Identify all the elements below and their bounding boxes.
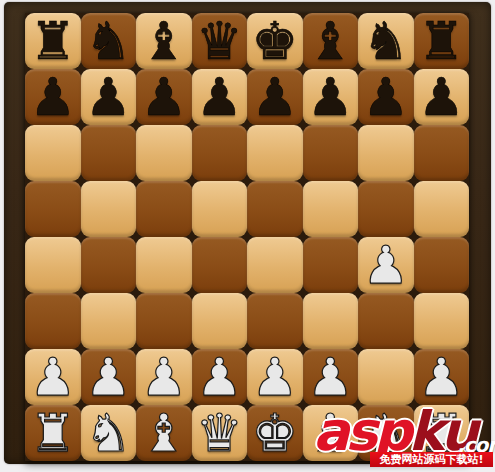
square-h5[interactable] [414,181,470,237]
square-c5[interactable] [136,181,192,237]
piece-white-rook[interactable]: ♜ [29,407,76,459]
square-a6[interactable] [25,125,81,181]
square-d2[interactable]: ♟ [192,349,248,405]
piece-white-pawn[interactable]: ♟ [418,351,465,403]
piece-black-pawn[interactable]: ♟ [307,71,354,123]
square-g5[interactable] [358,181,414,237]
watermark-banner: 免费网站源码下载站! [370,452,493,467]
square-d7[interactable]: ♟ [192,69,248,125]
piece-white-bishop[interactable]: ♝ [140,407,187,459]
square-e6[interactable] [247,125,303,181]
square-g4[interactable]: ♟ [358,237,414,293]
square-e1[interactable]: ♚ [247,405,303,461]
piece-black-bishop[interactable]: ♝ [307,15,354,67]
square-b6[interactable] [81,125,137,181]
square-e7[interactable]: ♟ [247,69,303,125]
square-c8[interactable]: ♝ [136,13,192,69]
square-e3[interactable] [247,293,303,349]
square-a7[interactable]: ♟ [25,69,81,125]
piece-white-king[interactable]: ♚ [251,407,298,459]
piece-black-knight[interactable]: ♞ [85,15,132,67]
square-h2[interactable]: ♟ [414,349,470,405]
square-e4[interactable] [247,237,303,293]
square-a4[interactable] [25,237,81,293]
square-a3[interactable] [25,293,81,349]
square-f4[interactable] [303,237,359,293]
square-e2[interactable]: ♟ [247,349,303,405]
square-h4[interactable] [414,237,470,293]
piece-black-bishop[interactable]: ♝ [140,15,187,67]
square-b4[interactable] [81,237,137,293]
piece-black-pawn[interactable]: ♟ [140,71,187,123]
piece-black-pawn[interactable]: ♟ [29,71,76,123]
piece-white-pawn[interactable]: ♟ [251,351,298,403]
square-f2[interactable]: ♟ [303,349,359,405]
square-h8[interactable]: ♜ [414,13,470,69]
watermark-brand: aspku [313,405,475,459]
piece-black-pawn[interactable]: ♟ [362,71,409,123]
square-c6[interactable] [136,125,192,181]
square-b5[interactable] [81,181,137,237]
square-g7[interactable]: ♟ [358,69,414,125]
square-a8[interactable]: ♜ [25,13,81,69]
square-d3[interactable] [192,293,248,349]
square-c2[interactable]: ♟ [136,349,192,405]
square-g8[interactable]: ♞ [358,13,414,69]
piece-black-king[interactable]: ♚ [251,15,298,67]
square-e8[interactable]: ♚ [247,13,303,69]
piece-black-pawn[interactable]: ♟ [85,71,132,123]
square-g6[interactable] [358,125,414,181]
square-f8[interactable]: ♝ [303,13,359,69]
square-g3[interactable] [358,293,414,349]
piece-black-rook[interactable]: ♜ [29,15,76,67]
square-d4[interactable] [192,237,248,293]
piece-white-knight[interactable]: ♞ [85,407,132,459]
square-a5[interactable] [25,181,81,237]
square-a1[interactable]: ♜ [25,405,81,461]
square-f5[interactable] [303,181,359,237]
watermark-tagline: 免费网站源码下载站! [379,452,483,467]
square-f3[interactable] [303,293,359,349]
piece-black-pawn[interactable]: ♟ [251,71,298,123]
piece-black-pawn[interactable]: ♟ [418,71,465,123]
piece-white-pawn[interactable]: ♟ [196,351,243,403]
square-e5[interactable] [247,181,303,237]
piece-black-knight[interactable]: ♞ [362,15,409,67]
square-f6[interactable] [303,125,359,181]
square-a2[interactable]: ♟ [25,349,81,405]
piece-black-pawn[interactable]: ♟ [196,71,243,123]
piece-white-pawn[interactable]: ♟ [29,351,76,403]
square-b8[interactable]: ♞ [81,13,137,69]
square-d8[interactable]: ♛ [192,13,248,69]
piece-black-rook[interactable]: ♜ [418,15,465,67]
square-d5[interactable] [192,181,248,237]
square-b1[interactable]: ♞ [81,405,137,461]
square-h3[interactable] [414,293,470,349]
square-c1[interactable]: ♝ [136,405,192,461]
board-frame: ♜♞♝♛♚♝♞♜♟♟♟♟♟♟♟♟♟♟♟♟♟♟♟♟♜♞♝♛♚♝♞♜ [4,2,491,464]
piece-white-pawn[interactable]: ♟ [362,239,409,291]
square-d1[interactable]: ♛ [192,405,248,461]
square-b3[interactable] [81,293,137,349]
square-f7[interactable]: ♟ [303,69,359,125]
chess-board: ♜♞♝♛♚♝♞♜♟♟♟♟♟♟♟♟♟♟♟♟♟♟♟♟♜♞♝♛♚♝♞♜ [25,13,469,461]
square-c4[interactable] [136,237,192,293]
square-d6[interactable] [192,125,248,181]
piece-white-queen[interactable]: ♛ [196,407,243,459]
piece-white-pawn[interactable]: ♟ [140,351,187,403]
square-c7[interactable]: ♟ [136,69,192,125]
square-b7[interactable]: ♟ [81,69,137,125]
square-c3[interactable] [136,293,192,349]
square-h6[interactable] [414,125,470,181]
square-h7[interactable]: ♟ [414,69,470,125]
piece-white-pawn[interactable]: ♟ [307,351,354,403]
piece-black-queen[interactable]: ♛ [196,15,243,67]
chess-app-window: ♜♞♝♛♚♝♞♜♟♟♟♟♟♟♟♟♟♟♟♟♟♟♟♟♜♞♝♛♚♝♞♜ aspku .… [0,0,495,472]
piece-white-pawn[interactable]: ♟ [85,351,132,403]
square-b2[interactable]: ♟ [81,349,137,405]
square-g2[interactable] [358,349,414,405]
